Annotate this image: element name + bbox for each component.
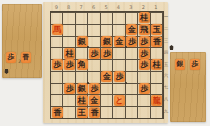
square-53[interactable]: 銀: [101, 36, 113, 48]
square-47[interactable]: [113, 83, 125, 95]
shogi-piece-飛-22[interactable]: 飛: [139, 24, 150, 35]
square-56[interactable]: 金: [101, 71, 113, 83]
square-51[interactable]: [101, 12, 113, 24]
shogi-piece-銀-53[interactable]: 銀: [101, 36, 112, 47]
square-43[interactable]: 金: [113, 36, 125, 48]
shogi-piece-歩[interactable]: 歩: [6, 52, 16, 63]
square-17[interactable]: [151, 83, 163, 95]
square-25[interactable]: 歩: [138, 59, 150, 71]
file-label-9: 9: [50, 3, 62, 11]
sente-hand-tray: 銀歩: [170, 52, 206, 122]
hoshi-dot: [87, 46, 89, 48]
shogi-piece-香-13[interactable]: 香: [151, 36, 162, 47]
square-87[interactable]: 歩: [63, 83, 75, 95]
square-63[interactable]: [88, 36, 100, 48]
gote-hand-pieces: 歩2香: [6, 52, 31, 63]
file-coordinates: 987654321: [50, 3, 162, 11]
square-78[interactable]: 桂: [76, 94, 88, 106]
square-89[interactable]: [63, 106, 75, 118]
square-24[interactable]: 歩: [138, 47, 150, 59]
square-82[interactable]: [63, 24, 75, 36]
shogi-piece-歩-33[interactable]: 歩: [126, 36, 137, 47]
square-39[interactable]: [126, 106, 138, 118]
shogi-piece-歩-24[interactable]: 歩: [139, 48, 150, 59]
square-58[interactable]: [101, 94, 113, 106]
square-73[interactable]: 銀: [76, 36, 88, 48]
square-97[interactable]: [51, 83, 63, 95]
shogi-piece-歩-87[interactable]: 歩: [64, 83, 75, 94]
square-74[interactable]: [76, 47, 88, 59]
file-label-4: 4: [112, 3, 124, 11]
square-19[interactable]: [151, 106, 163, 118]
square-94[interactable]: [51, 47, 63, 59]
shogi-piece-桂-21[interactable]: 桂: [139, 12, 150, 23]
square-61[interactable]: [88, 12, 100, 24]
square-85[interactable]: 歩: [63, 59, 75, 71]
square-93[interactable]: [51, 36, 63, 48]
square-23[interactable]: 歩: [138, 36, 150, 48]
shogi-piece-歩-54[interactable]: 歩: [101, 48, 112, 59]
square-35[interactable]: [126, 59, 138, 71]
shogi-piece-歩-64[interactable]: 歩: [89, 48, 100, 59]
square-98[interactable]: [51, 94, 63, 106]
shogi-piece-角-75[interactable]: 角: [77, 59, 88, 70]
square-64[interactable]: 歩: [88, 47, 100, 59]
file-label-3: 3: [125, 3, 137, 11]
square-79[interactable]: 王: [76, 106, 88, 118]
square-68[interactable]: 金: [88, 94, 100, 106]
square-34[interactable]: [126, 47, 138, 59]
shogi-piece-と-48[interactable]: と: [114, 95, 125, 106]
file-label-8: 8: [62, 3, 74, 11]
sente-hand-pieces: 銀歩: [175, 59, 200, 70]
shogi-piece-歩-23[interactable]: 歩: [139, 36, 150, 47]
square-69[interactable]: 香: [88, 106, 100, 118]
square-28[interactable]: [138, 94, 150, 106]
shogi-piece-玉-12[interactable]: 玉: [151, 24, 162, 35]
square-16[interactable]: [151, 71, 163, 83]
square-45[interactable]: [113, 59, 125, 71]
shogi-piece-歩-27[interactable]: 歩: [139, 83, 150, 94]
shogi-piece-桂-78[interactable]: 桂: [77, 95, 88, 106]
hoshi-dot: [87, 82, 89, 84]
square-92[interactable]: 馬: [51, 24, 63, 36]
file-label-5: 5: [100, 3, 112, 11]
hoshi-dot: [125, 82, 127, 84]
square-88[interactable]: [63, 94, 75, 106]
square-83[interactable]: [63, 36, 75, 48]
square-55[interactable]: [101, 59, 113, 71]
sente-player-icon: [169, 45, 174, 50]
gote-hand-tray: 歩2香: [2, 4, 42, 78]
square-46[interactable]: 歩: [113, 71, 125, 83]
file-label-6: 6: [87, 3, 99, 11]
shogi-piece-歩-95[interactable]: 歩: [52, 59, 63, 70]
shogi-board: 桂馬金飛玉銀銀金歩歩香桂歩歩歩歩歩角歩桂金歩歩銀歩歩桂金と龍香王香: [50, 11, 164, 119]
shogi-piece-歩-46[interactable]: 歩: [114, 71, 125, 82]
square-22[interactable]: 飛: [138, 24, 150, 36]
shogi-piece-王-79[interactable]: 王: [77, 107, 88, 118]
shogi-piece-歩-85[interactable]: 歩: [64, 59, 75, 70]
square-71[interactable]: [76, 12, 88, 24]
square-96[interactable]: [51, 71, 63, 83]
square-36[interactable]: [126, 71, 138, 83]
shogi-piece-銀-77[interactable]: 銀: [77, 83, 88, 94]
file-label-7: 7: [75, 3, 87, 11]
shogi-piece-銀[interactable]: 銀: [175, 59, 185, 70]
square-31[interactable]: [126, 12, 138, 24]
square-37[interactable]: [126, 83, 138, 95]
file-label-1: 1: [150, 3, 162, 11]
square-42[interactable]: [113, 24, 125, 36]
square-67[interactable]: 歩: [88, 83, 100, 95]
board-panel: 987654321 一二三四五六七八九 桂馬金飛玉銀銀金歩歩香桂歩歩歩歩歩角歩桂…: [43, 2, 168, 123]
square-33[interactable]: 歩: [126, 36, 138, 48]
square-77[interactable]: 銀: [76, 83, 88, 95]
square-12[interactable]: 玉: [151, 24, 163, 36]
square-38[interactable]: [126, 94, 138, 106]
shogi-piece-香-69[interactable]: 香: [89, 107, 100, 118]
square-57[interactable]: [101, 83, 113, 95]
square-49[interactable]: [113, 106, 125, 118]
shogi-piece-歩[interactable]: 歩: [190, 59, 200, 70]
shogi-piece-龍-18[interactable]: 龍: [151, 95, 162, 106]
square-44[interactable]: [113, 47, 125, 59]
square-75[interactable]: 角: [76, 59, 88, 71]
square-15[interactable]: 桂: [151, 59, 163, 71]
square-13[interactable]: 香: [151, 36, 163, 48]
shogi-piece-金-43[interactable]: 金: [114, 36, 125, 47]
square-59[interactable]: [101, 106, 113, 118]
square-86[interactable]: [63, 71, 75, 83]
square-26[interactable]: [138, 71, 150, 83]
square-52[interactable]: [101, 24, 113, 36]
square-81[interactable]: [63, 12, 75, 24]
square-11[interactable]: [151, 12, 163, 24]
shogi-piece-香[interactable]: 香: [21, 52, 31, 63]
square-76[interactable]: [76, 71, 88, 83]
shogi-piece-桂-15[interactable]: 桂: [151, 59, 162, 70]
square-54[interactable]: 歩: [101, 47, 113, 59]
file-label-2: 2: [137, 3, 149, 11]
square-48[interactable]: と: [113, 94, 125, 106]
gote-hand-piece-2[interactable]: 香: [21, 52, 31, 63]
square-32[interactable]: 金: [126, 24, 138, 36]
square-84[interactable]: 桂: [63, 47, 75, 59]
gote-hand-piece-1[interactable]: 歩2: [6, 52, 16, 63]
sente-hand-piece-1[interactable]: 銀: [175, 59, 185, 70]
shogi-piece-金-56[interactable]: 金: [101, 71, 112, 82]
shogi-piece-銀-73[interactable]: 銀: [77, 36, 88, 47]
sente-hand-piece-2[interactable]: 歩: [190, 59, 200, 70]
square-18[interactable]: 龍: [151, 94, 163, 106]
shogi-app: 歩2香 987654321 一二三四五六七八九 桂馬金飛玉銀銀金歩歩香桂歩歩歩歩…: [0, 0, 210, 126]
square-66[interactable]: [88, 71, 100, 83]
shogi-piece-金-68[interactable]: 金: [89, 95, 100, 106]
square-27[interactable]: 歩: [138, 83, 150, 95]
shogi-piece-香-99[interactable]: 香: [52, 107, 63, 118]
square-41[interactable]: [113, 12, 125, 24]
shogi-piece-金-32[interactable]: 金: [126, 24, 137, 35]
square-14[interactable]: [151, 47, 163, 59]
square-29[interactable]: [138, 106, 150, 118]
square-95[interactable]: 歩: [51, 59, 63, 71]
shogi-piece-馬-92[interactable]: 馬: [52, 24, 63, 35]
square-62[interactable]: [88, 24, 100, 36]
square-65[interactable]: [88, 59, 100, 71]
shogi-piece-桂-84[interactable]: 桂: [64, 48, 75, 59]
square-21[interactable]: 桂: [138, 12, 150, 24]
shogi-piece-歩-25[interactable]: 歩: [139, 59, 150, 70]
shogi-piece-歩-67[interactable]: 歩: [89, 83, 100, 94]
square-91[interactable]: [51, 12, 63, 24]
hoshi-dot: [125, 46, 127, 48]
square-72[interactable]: [76, 24, 88, 36]
square-99[interactable]: 香: [51, 106, 63, 118]
